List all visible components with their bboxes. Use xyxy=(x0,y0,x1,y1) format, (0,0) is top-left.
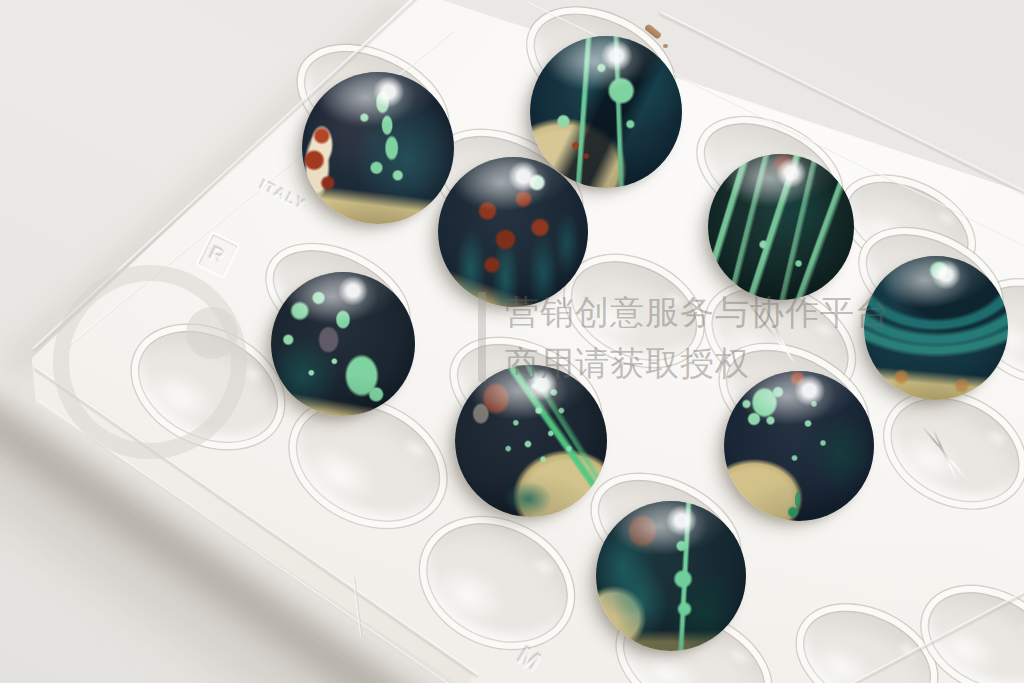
chocolate-bonbon-3 xyxy=(708,154,854,300)
chocolate-bonbon-7 xyxy=(455,365,607,517)
chocolate-bonbon-4 xyxy=(438,157,588,307)
chocolate-bonbon-9 xyxy=(596,501,746,651)
chocolate-bonbon-5 xyxy=(271,272,415,416)
chocolate-bonbon-8 xyxy=(724,371,874,521)
chocolate-bonbon-2 xyxy=(530,36,682,188)
chocolate-bonbon-6 xyxy=(864,256,1008,400)
chocolate-bonbon-1 xyxy=(302,72,454,224)
chocolate-crumb-dot xyxy=(663,44,668,48)
photo-chocolate-mold: ITALY R M 营销创意服务与协作平台 商用请获取授权 xyxy=(0,0,1024,683)
